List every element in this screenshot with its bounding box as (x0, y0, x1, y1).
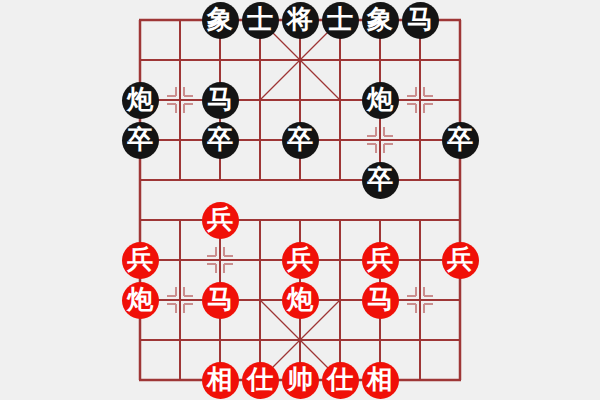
black-pawn[interactable]: 卒 (362, 162, 399, 199)
red-horse[interactable]: 马 (202, 282, 239, 319)
red-cannon-glyph: 炮 (127, 286, 153, 312)
black-pawn-glyph: 卒 (447, 126, 473, 152)
black-advisor[interactable]: 士 (242, 2, 279, 39)
red-general-glyph: 帅 (287, 366, 313, 392)
red-elephant[interactable]: 相 (362, 362, 399, 399)
black-horse[interactable]: 马 (202, 82, 239, 119)
red-horse[interactable]: 马 (362, 282, 399, 319)
black-elephant[interactable]: 象 (362, 2, 399, 39)
red-elephant-glyph: 相 (367, 366, 393, 392)
black-horse-glyph: 马 (407, 6, 433, 32)
black-general-glyph: 将 (287, 6, 313, 32)
red-pawn-glyph: 兵 (447, 246, 473, 272)
xiangqi-app: 象士将士象马炮马炮卒卒卒卒卒兵兵兵兵兵炮马炮马相仕帅仕相 (0, 0, 600, 400)
black-elephant-glyph: 象 (207, 6, 233, 32)
xiangqi-board: 象士将士象马炮马炮卒卒卒卒卒兵兵兵兵兵炮马炮马相仕帅仕相 (0, 0, 600, 400)
red-pawn[interactable]: 兵 (202, 202, 239, 239)
black-pawn-glyph: 卒 (127, 126, 153, 152)
red-general[interactable]: 帅 (282, 362, 319, 399)
black-cannon[interactable]: 炮 (122, 82, 159, 119)
red-pawn[interactable]: 兵 (122, 242, 159, 279)
black-elephant-glyph: 象 (367, 6, 393, 32)
pieces-layer: 象士将士象马炮马炮卒卒卒卒卒兵兵兵兵兵炮马炮马相仕帅仕相 (120, 0, 480, 400)
black-cannon-glyph: 炮 (127, 86, 153, 112)
black-horse-glyph: 马 (207, 86, 233, 112)
red-elephant-glyph: 相 (207, 366, 233, 392)
black-pawn-glyph: 卒 (207, 126, 233, 152)
black-pawn[interactable]: 卒 (442, 122, 479, 159)
red-advisor-glyph: 仕 (327, 366, 353, 392)
black-advisor[interactable]: 士 (322, 2, 359, 39)
red-pawn-glyph: 兵 (207, 206, 233, 232)
red-pawn-glyph: 兵 (127, 246, 153, 272)
black-pawn-glyph: 卒 (367, 166, 393, 192)
black-pawn-glyph: 卒 (287, 126, 313, 152)
black-cannon-glyph: 炮 (367, 86, 393, 112)
black-cannon[interactable]: 炮 (362, 82, 399, 119)
red-horse-glyph: 马 (207, 286, 233, 312)
red-cannon-glyph: 炮 (287, 286, 313, 312)
red-pawn[interactable]: 兵 (282, 242, 319, 279)
red-advisor[interactable]: 仕 (322, 362, 359, 399)
red-advisor[interactable]: 仕 (242, 362, 279, 399)
black-elephant[interactable]: 象 (202, 2, 239, 39)
black-advisor-glyph: 士 (247, 6, 273, 32)
black-advisor-glyph: 士 (327, 6, 353, 32)
black-pawn[interactable]: 卒 (202, 122, 239, 159)
black-pawn[interactable]: 卒 (122, 122, 159, 159)
red-cannon[interactable]: 炮 (282, 282, 319, 319)
red-advisor-glyph: 仕 (247, 366, 273, 392)
red-pawn[interactable]: 兵 (362, 242, 399, 279)
red-pawn-glyph: 兵 (287, 246, 313, 272)
red-horse-glyph: 马 (367, 286, 393, 312)
red-pawn-glyph: 兵 (367, 246, 393, 272)
black-general[interactable]: 将 (282, 2, 319, 39)
black-pawn[interactable]: 卒 (282, 122, 319, 159)
black-horse[interactable]: 马 (402, 2, 439, 39)
red-elephant[interactable]: 相 (202, 362, 239, 399)
red-cannon[interactable]: 炮 (122, 282, 159, 319)
red-pawn[interactable]: 兵 (442, 242, 479, 279)
